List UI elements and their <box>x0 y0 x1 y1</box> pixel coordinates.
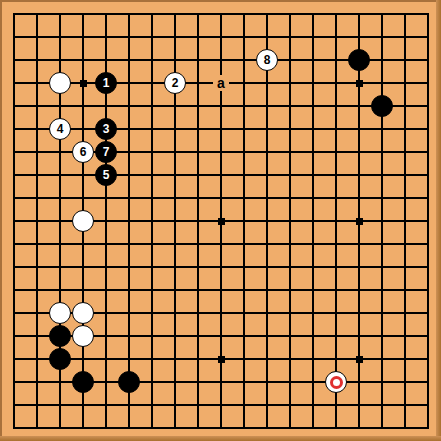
star-point <box>356 80 363 87</box>
move-number: 2 <box>172 77 179 89</box>
move-number: 8 <box>264 54 271 66</box>
go-board: 12843675a <box>0 0 441 441</box>
star-point <box>218 218 225 225</box>
circle-mark-icon <box>330 376 343 389</box>
move-number: 7 <box>103 146 110 158</box>
board-bevel-left <box>0 0 2 441</box>
grid-line-vertical <box>312 13 314 429</box>
grid-line-horizontal <box>13 404 429 406</box>
board-bevel-bottom <box>0 436 441 441</box>
white-stone: 2 <box>164 72 186 94</box>
white-stone: 8 <box>256 49 278 71</box>
grid-line-vertical <box>427 13 429 429</box>
white-stone <box>72 325 94 347</box>
grid-line-horizontal <box>13 427 429 429</box>
black-stone: 5 <box>95 164 117 186</box>
black-stone <box>49 325 71 347</box>
star-point <box>80 80 87 87</box>
move-number: 1 <box>103 77 110 89</box>
grid-line-vertical <box>289 13 291 429</box>
white-stone <box>72 210 94 232</box>
white-stone: 4 <box>49 118 71 140</box>
star-point <box>356 218 363 225</box>
grid-line-vertical <box>243 13 245 429</box>
grid-line-horizontal <box>13 266 429 268</box>
board-bevel-right <box>436 0 441 441</box>
star-point <box>218 356 225 363</box>
grid-line-vertical <box>266 13 268 429</box>
grid-line-vertical <box>335 13 337 429</box>
grid-line-horizontal <box>13 289 429 291</box>
move-number: 5 <box>103 169 110 181</box>
move-number: 3 <box>103 123 110 135</box>
white-stone <box>49 302 71 324</box>
grid-line-horizontal <box>13 243 429 245</box>
white-stone <box>49 72 71 94</box>
black-stone <box>118 371 140 393</box>
white-stone <box>325 371 347 393</box>
black-stone: 3 <box>95 118 117 140</box>
white-stone <box>72 302 94 324</box>
board-bevel-top <box>0 0 441 2</box>
move-number: 6 <box>80 146 87 158</box>
point-label-a: a <box>213 75 229 91</box>
grid-line-vertical <box>404 13 406 429</box>
black-stone <box>49 348 71 370</box>
white-stone: 6 <box>72 141 94 163</box>
black-stone: 1 <box>95 72 117 94</box>
star-point <box>356 356 363 363</box>
grid-line-vertical <box>381 13 383 429</box>
move-number: 4 <box>57 123 64 135</box>
black-stone <box>72 371 94 393</box>
black-stone <box>371 95 393 117</box>
black-stone: 7 <box>95 141 117 163</box>
black-stone <box>348 49 370 71</box>
